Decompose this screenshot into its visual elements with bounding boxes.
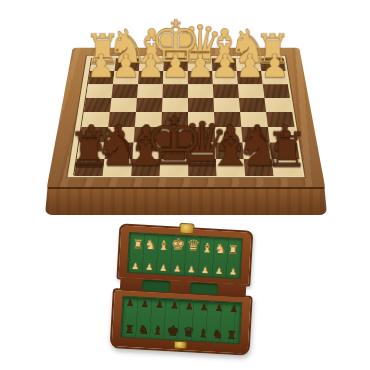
piece-black-knight[interactable]: ♞ — [235, 124, 284, 170]
mini-piece-black-rook: ♜ — [226, 331, 236, 341]
piece-white-pawn[interactable]: ♟ — [260, 52, 289, 80]
mini-piece-white-pawn: ♟ — [229, 267, 238, 276]
dark-mini-pawns-row: ♟♟♟♟♟♟♟♟ — [126, 299, 238, 313]
product-photo-scene: ♜♞♝♚♛♝♞♜♟♟♟♟♟♟♟♟♟♟♟♟♟♟♟♟♜♞♝♚♛♝♞♜ ♜♞♝♚♛♝♞… — [0, 0, 370, 370]
board-wood-frame: ♜♞♝♚♛♝♞♜♟♟♟♟♟♟♟♟♟♟♟♟♟♟♟♟♜♞♝♚♛♝♞♜ — [47, 48, 326, 189]
mini-piece-white-pawn: ♟ — [215, 267, 224, 276]
mini-piece-white-pawn: ♟ — [173, 264, 182, 273]
mini-piece-black-king: ♚ — [166, 325, 179, 338]
square-e8[interactable]: ♚ — [160, 159, 189, 176]
mini-piece-black-bishop: ♝ — [152, 326, 163, 337]
base-felt: ♟♟♟♟♟♟♟♟ ♜♞♝♚♛♝♞♜ — [120, 296, 242, 345]
square-g3[interactable] — [111, 84, 138, 98]
hinge-left — [142, 280, 171, 293]
mini-piece-black-pawn: ♟ — [170, 301, 179, 310]
mini-piece-white-bishop: ♝ — [201, 242, 213, 254]
hinge-right — [190, 282, 219, 295]
mini-piece-black-pawn: ♟ — [200, 303, 209, 312]
square-g2[interactable]: ♟ — [113, 71, 139, 84]
mini-piece-white-knight: ♞ — [214, 242, 226, 254]
board-front-edge — [45, 187, 327, 215]
mini-piece-white-pawn: ♟ — [159, 264, 168, 273]
square-d2[interactable]: ♟ — [188, 71, 213, 84]
mini-piece-black-knight: ♞ — [212, 329, 223, 340]
square-b2[interactable]: ♟ — [237, 71, 263, 84]
mini-piece-black-bishop: ♝ — [198, 328, 209, 339]
mini-piece-white-pawn: ♟ — [131, 262, 140, 271]
mini-piece-white-rook: ♜ — [132, 239, 143, 250]
square-f3[interactable] — [137, 84, 163, 98]
square-e3[interactable] — [162, 84, 187, 98]
mini-piece-black-pawn: ♟ — [156, 301, 165, 310]
travel-chess-box: ♜♞♝♚♛♝♞♜ ♟♟♟♟♟♟♟♟ ♟♟♟♟♟♟♟♟ ♜♞♝♚♛♝♞♜ — [110, 223, 257, 355]
square-f2[interactable]: ♟ — [138, 71, 163, 84]
square-c2[interactable]: ♟ — [212, 71, 238, 84]
main-chessboard: ♜♞♝♚♛♝♞♜♟♟♟♟♟♟♟♟♟♟♟♟♟♟♟♟♜♞♝♚♛♝♞♜ — [47, 48, 326, 189]
mini-piece-white-rook: ♜ — [227, 244, 238, 255]
square-g4[interactable] — [110, 98, 137, 112]
mini-piece-black-pawn: ♟ — [141, 300, 150, 309]
piece-black-king[interactable]: ♚ — [144, 113, 204, 170]
brass-clasp-icon — [179, 223, 195, 235]
square-c3[interactable] — [213, 84, 239, 98]
mini-piece-white-pawn: ♟ — [187, 265, 196, 274]
mini-piece-black-queen: ♛ — [182, 326, 194, 338]
square-h4[interactable] — [84, 98, 112, 112]
mini-piece-black-pawn: ♟ — [185, 302, 194, 311]
mini-piece-black-knight: ♞ — [138, 325, 149, 336]
checker-grid: ♜♞♝♚♛♝♞♜♟♟♟♟♟♟♟♟♟♟♟♟♟♟♟♟♜♞♝♚♛♝♞♜ — [73, 58, 301, 175]
square-b4[interactable] — [239, 98, 266, 112]
dark-mini-majors-row: ♜♞♝♚♛♝♞♜ — [124, 322, 237, 341]
mini-piece-white-pawn: ♟ — [201, 266, 210, 275]
white-mini-majors-row: ♜♞♝♚♛♝♞♜ — [132, 235, 239, 255]
square-a4[interactable] — [264, 98, 292, 112]
square-a2[interactable]: ♟ — [261, 71, 288, 84]
mini-piece-black-pawn: ♟ — [215, 304, 224, 313]
mini-piece-black-rook: ♜ — [124, 325, 134, 335]
white-mini-pawns-row: ♟♟♟♟♟♟♟♟ — [131, 262, 237, 276]
travel-base-tray: ♟♟♟♟♟♟♟♟ ♜♞♝♚♛♝♞♜ — [110, 288, 253, 356]
mini-piece-white-bishop: ♝ — [157, 239, 169, 251]
lid-felt: ♜♞♝♚♛♝♞♜ ♟♟♟♟♟♟♟♟ — [127, 232, 243, 279]
square-d3[interactable] — [188, 84, 214, 98]
square-h3[interactable] — [86, 84, 113, 98]
square-b8[interactable]: ♞ — [244, 159, 274, 176]
square-a3[interactable] — [263, 84, 290, 98]
mini-piece-white-king: ♚ — [170, 237, 185, 252]
mini-piece-white-knight: ♞ — [144, 239, 156, 251]
travel-lid: ♜♞♝♚♛♝♞♜ ♟♟♟♟♟♟♟♟ — [116, 223, 253, 286]
board-cream-margin: ♜♞♝♚♛♝♞♜♟♟♟♟♟♟♟♟♟♟♟♟♟♟♟♟♜♞♝♚♛♝♞♜ — [66, 55, 306, 178]
mini-piece-white-pawn: ♟ — [145, 263, 154, 272]
square-e2[interactable]: ♟ — [163, 71, 188, 84]
mini-piece-black-pawn: ♟ — [126, 299, 135, 308]
square-b3[interactable] — [238, 84, 265, 98]
mini-piece-white-queen: ♛ — [186, 239, 200, 253]
brass-front-clasp-icon — [174, 341, 187, 350]
mini-piece-black-pawn: ♟ — [230, 305, 239, 314]
